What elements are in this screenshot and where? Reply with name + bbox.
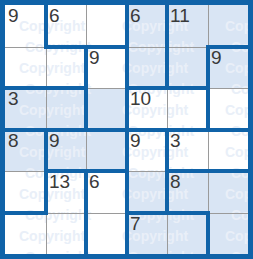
cage-sum-label: 11 (170, 6, 190, 25)
cage-sum-label: 3 (8, 89, 19, 108)
cage-sum-label: 9 (8, 6, 19, 25)
cage-sum-label: 13 (49, 172, 70, 191)
labels-layer: 9661199310899313687 (5, 5, 248, 254)
cage-sum-label: 9 (89, 48, 100, 67)
cage-sum-label: 6 (49, 6, 60, 25)
killer-sudoku-board: CopyrightCopyrightCopyrightCopyrightCopy… (0, 0, 253, 259)
cage-sum-label: 8 (8, 131, 19, 150)
cage-sum-label: 10 (130, 89, 151, 108)
cage-sum-label: 7 (130, 214, 141, 233)
cage-sum-label: 6 (130, 6, 141, 25)
cage-sum-label: 6 (89, 172, 100, 191)
cage-sum-label: 9 (211, 48, 222, 67)
cage-sum-label: 9 (49, 131, 60, 150)
cage-sum-label: 3 (170, 131, 181, 150)
cage-sum-label: 9 (130, 131, 141, 150)
cage-sum-label: 8 (170, 172, 181, 191)
